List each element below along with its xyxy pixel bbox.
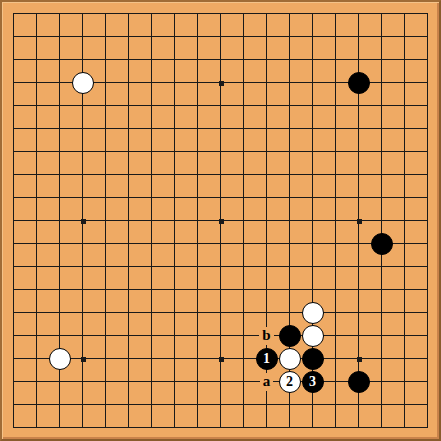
black-stone-glyph	[302, 348, 324, 370]
black-stone-glyph: 3	[302, 371, 324, 393]
black-stone-move-3: 3	[301, 370, 324, 393]
white-stone	[48, 347, 71, 370]
stone-layer: 123ba	[2, 2, 439, 439]
black-stone	[278, 324, 301, 347]
white-stone-glyph	[72, 72, 94, 94]
white-stone	[301, 301, 324, 324]
white-stone-glyph	[302, 302, 324, 324]
black-stone	[301, 347, 324, 370]
point-label-text: b	[259, 327, 273, 345]
white-stone-move-2: 2	[278, 370, 301, 393]
black-stone-glyph	[348, 72, 370, 94]
white-stone	[71, 71, 94, 94]
black-stone-glyph	[371, 233, 393, 255]
white-stone-glyph: 2	[279, 371, 301, 393]
point-label-a: a	[255, 370, 278, 393]
black-stone	[370, 232, 393, 255]
point-label-text: a	[260, 373, 274, 391]
black-stone	[347, 71, 370, 94]
white-stone-glyph	[49, 348, 71, 370]
black-stone-move-1: 1	[255, 347, 278, 370]
black-stone-glyph: 1	[256, 348, 278, 370]
white-stone-glyph	[302, 325, 324, 347]
black-stone-glyph	[279, 325, 301, 347]
white-stone	[278, 347, 301, 370]
go-board: 123ba	[0, 0, 441, 441]
black-stone	[347, 370, 370, 393]
white-stone	[301, 324, 324, 347]
black-stone-glyph	[348, 371, 370, 393]
point-label-b: b	[255, 324, 278, 347]
white-stone-glyph	[279, 348, 301, 370]
